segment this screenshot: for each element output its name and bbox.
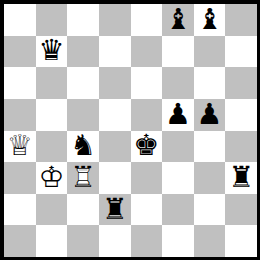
square-h1[interactable] bbox=[225, 225, 257, 257]
square-d8[interactable] bbox=[99, 4, 131, 36]
piece-black-bishop-f8[interactable]: ♝ bbox=[162, 4, 194, 36]
black-rook-glyph: ♜ bbox=[225, 162, 257, 194]
piece-white-queen-a4[interactable]: ♛♕ bbox=[4, 131, 36, 163]
square-e3[interactable] bbox=[131, 162, 163, 194]
square-a6[interactable] bbox=[4, 67, 36, 99]
square-e6[interactable] bbox=[131, 67, 163, 99]
square-c5[interactable] bbox=[67, 99, 99, 131]
piece-black-queen-b7[interactable]: ♛ bbox=[36, 36, 68, 68]
square-d7[interactable] bbox=[99, 36, 131, 68]
square-a4[interactable]: ♛♕ bbox=[4, 131, 36, 163]
piece-white-king-b3[interactable]: ♚♔ bbox=[36, 162, 68, 194]
square-f1[interactable] bbox=[162, 225, 194, 257]
square-h8[interactable] bbox=[225, 4, 257, 36]
square-h3[interactable]: ♜ bbox=[225, 162, 257, 194]
piece-white-rook-c3[interactable]: ♜♖ bbox=[67, 162, 99, 194]
square-h7[interactable] bbox=[225, 36, 257, 68]
square-c4[interactable]: ♞ bbox=[67, 131, 99, 163]
chess-board: ♝♝♛♟♟♛♕♞♚♚♔♜♖♜♜ bbox=[4, 4, 257, 257]
square-f4[interactable] bbox=[162, 131, 194, 163]
piece-black-pawn-g5[interactable]: ♟ bbox=[194, 99, 226, 131]
square-g6[interactable] bbox=[194, 67, 226, 99]
square-g4[interactable] bbox=[194, 131, 226, 163]
square-f7[interactable] bbox=[162, 36, 194, 68]
square-b5[interactable] bbox=[36, 99, 68, 131]
square-b8[interactable] bbox=[36, 4, 68, 36]
white-rook-glyph: ♖ bbox=[67, 162, 99, 194]
square-h4[interactable] bbox=[225, 131, 257, 163]
black-pawn-glyph: ♟ bbox=[162, 99, 194, 131]
square-a2[interactable] bbox=[4, 194, 36, 226]
square-a5[interactable] bbox=[4, 99, 36, 131]
white-king-glyph: ♔ bbox=[36, 162, 68, 194]
square-g5[interactable]: ♟ bbox=[194, 99, 226, 131]
square-g2[interactable] bbox=[194, 194, 226, 226]
square-d5[interactable] bbox=[99, 99, 131, 131]
piece-black-knight-c4[interactable]: ♞ bbox=[67, 131, 99, 163]
square-c8[interactable] bbox=[67, 4, 99, 36]
square-d6[interactable] bbox=[99, 67, 131, 99]
square-b6[interactable] bbox=[36, 67, 68, 99]
square-e4[interactable]: ♚ bbox=[131, 131, 163, 163]
square-f8[interactable]: ♝ bbox=[162, 4, 194, 36]
black-pawn-glyph: ♟ bbox=[194, 99, 226, 131]
square-g8[interactable]: ♝ bbox=[194, 4, 226, 36]
black-bishop-glyph: ♝ bbox=[162, 4, 194, 36]
piece-black-king-e4[interactable]: ♚ bbox=[131, 131, 163, 163]
piece-black-rook-d2[interactable]: ♜ bbox=[99, 194, 131, 226]
piece-black-bishop-g8[interactable]: ♝ bbox=[194, 4, 226, 36]
piece-black-rook-h3[interactable]: ♜ bbox=[225, 162, 257, 194]
square-h5[interactable] bbox=[225, 99, 257, 131]
square-d3[interactable] bbox=[99, 162, 131, 194]
square-d4[interactable] bbox=[99, 131, 131, 163]
square-h2[interactable] bbox=[225, 194, 257, 226]
black-knight-glyph: ♞ bbox=[67, 131, 99, 163]
white-queen-glyph: ♕ bbox=[4, 131, 36, 163]
black-queen-glyph: ♛ bbox=[36, 36, 68, 68]
square-g7[interactable] bbox=[194, 36, 226, 68]
square-a8[interactable] bbox=[4, 4, 36, 36]
square-c2[interactable] bbox=[67, 194, 99, 226]
square-f2[interactable] bbox=[162, 194, 194, 226]
square-b4[interactable] bbox=[36, 131, 68, 163]
square-f5[interactable]: ♟ bbox=[162, 99, 194, 131]
chess-diagram: ♝♝♛♟♟♛♕♞♚♚♔♜♖♜♜ bbox=[0, 0, 260, 260]
square-e7[interactable] bbox=[131, 36, 163, 68]
square-c6[interactable] bbox=[67, 67, 99, 99]
square-c3[interactable]: ♜♖ bbox=[67, 162, 99, 194]
square-b7[interactable]: ♛ bbox=[36, 36, 68, 68]
black-bishop-glyph: ♝ bbox=[194, 4, 226, 36]
square-e1[interactable] bbox=[131, 225, 163, 257]
square-c1[interactable] bbox=[67, 225, 99, 257]
piece-black-pawn-f5[interactable]: ♟ bbox=[162, 99, 194, 131]
square-e2[interactable] bbox=[131, 194, 163, 226]
square-d2[interactable]: ♜ bbox=[99, 194, 131, 226]
square-g3[interactable] bbox=[194, 162, 226, 194]
square-e8[interactable] bbox=[131, 4, 163, 36]
square-a7[interactable] bbox=[4, 36, 36, 68]
square-d1[interactable] bbox=[99, 225, 131, 257]
black-rook-glyph: ♜ bbox=[99, 194, 131, 226]
square-e5[interactable] bbox=[131, 99, 163, 131]
square-a3[interactable] bbox=[4, 162, 36, 194]
square-f3[interactable] bbox=[162, 162, 194, 194]
square-f6[interactable] bbox=[162, 67, 194, 99]
square-h6[interactable] bbox=[225, 67, 257, 99]
black-king-glyph: ♚ bbox=[131, 131, 163, 163]
square-a1[interactable] bbox=[4, 225, 36, 257]
square-g1[interactable] bbox=[194, 225, 226, 257]
square-b2[interactable] bbox=[36, 194, 68, 226]
square-b3[interactable]: ♚♔ bbox=[36, 162, 68, 194]
square-c7[interactable] bbox=[67, 36, 99, 68]
square-b1[interactable] bbox=[36, 225, 68, 257]
